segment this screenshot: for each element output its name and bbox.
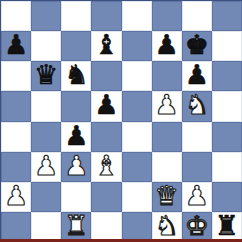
white-pawn-g2[interactable]: ♟: [185, 182, 209, 211]
square-b2[interactable]: [31, 182, 61, 212]
square-f7[interactable]: ♟: [152, 31, 182, 61]
white-knight-f1[interactable]: ♞: [155, 212, 179, 241]
square-e1[interactable]: [122, 212, 152, 242]
square-c4[interactable]: ♟: [61, 122, 91, 152]
black-knight-c6[interactable]: ♞: [64, 61, 88, 90]
black-pawn-d5[interactable]: ♟: [94, 91, 118, 120]
white-rook-c1[interactable]: ♜: [64, 212, 88, 241]
square-c3[interactable]: ♟: [61, 152, 91, 182]
square-a5[interactable]: [1, 91, 31, 121]
square-e7[interactable]: [122, 31, 152, 61]
square-b7[interactable]: [31, 31, 61, 61]
square-h4[interactable]: [212, 122, 242, 152]
white-pawn-f5[interactable]: ♟: [155, 91, 179, 120]
square-g4[interactable]: [182, 122, 212, 152]
white-bishop-d3[interactable]: ♝: [94, 152, 118, 181]
square-f1[interactable]: ♞: [152, 212, 182, 242]
square-b3[interactable]: ♟: [31, 152, 61, 182]
square-h5[interactable]: [212, 91, 242, 121]
black-pawn-a7[interactable]: ♟: [4, 31, 28, 60]
square-e5[interactable]: [122, 91, 152, 121]
square-e3[interactable]: [122, 152, 152, 182]
square-f5[interactable]: ♟: [152, 91, 182, 121]
square-a2[interactable]: ♟: [1, 182, 31, 212]
square-h7[interactable]: [212, 31, 242, 61]
square-g5[interactable]: ♞: [182, 91, 212, 121]
square-a7[interactable]: ♟: [1, 31, 31, 61]
square-b8[interactable]: [31, 1, 61, 31]
square-g6[interactable]: ♟: [182, 61, 212, 91]
square-g8[interactable]: [182, 1, 212, 31]
square-h3[interactable]: [212, 152, 242, 182]
square-d5[interactable]: ♟: [91, 91, 121, 121]
black-pawn-c4[interactable]: ♟: [64, 122, 88, 151]
square-c2[interactable]: [61, 182, 91, 212]
white-queen-f2[interactable]: ♛: [155, 182, 179, 211]
square-g3[interactable]: [182, 152, 212, 182]
square-h2[interactable]: [212, 182, 242, 212]
black-pawn-f7[interactable]: ♟: [155, 31, 179, 60]
square-e6[interactable]: [122, 61, 152, 91]
square-c7[interactable]: [61, 31, 91, 61]
square-e2[interactable]: [122, 182, 152, 212]
square-h6[interactable]: [212, 61, 242, 91]
square-f2[interactable]: ♛: [152, 182, 182, 212]
square-f8[interactable]: [152, 1, 182, 31]
square-d8[interactable]: [91, 1, 121, 31]
square-g7[interactable]: ♚: [182, 31, 212, 61]
square-d3[interactable]: ♝: [91, 152, 121, 182]
square-f4[interactable]: [152, 122, 182, 152]
white-pawn-c3[interactable]: ♟: [64, 152, 88, 181]
square-b1[interactable]: [31, 212, 61, 242]
square-a8[interactable]: [1, 1, 31, 31]
square-g1[interactable]: ♚: [182, 212, 212, 242]
chess-app-window: ♟♝♟♚♛♞♟♟♟♞♟♟♟♝♟♛♟♜♞♚♜: [0, 0, 242, 242]
square-b6[interactable]: ♛: [31, 61, 61, 91]
square-f3[interactable]: [152, 152, 182, 182]
square-g2[interactable]: ♟: [182, 182, 212, 212]
square-a4[interactable]: [1, 122, 31, 152]
white-knight-g5[interactable]: ♞: [185, 91, 209, 120]
square-c5[interactable]: [61, 91, 91, 121]
square-a3[interactable]: [1, 152, 31, 182]
square-d7[interactable]: ♝: [91, 31, 121, 61]
square-d6[interactable]: [91, 61, 121, 91]
square-d4[interactable]: [91, 122, 121, 152]
black-queen-b6[interactable]: ♛: [34, 61, 58, 90]
square-b4[interactable]: [31, 122, 61, 152]
square-c8[interactable]: [61, 1, 91, 31]
square-d2[interactable]: [91, 182, 121, 212]
black-rook-h1[interactable]: ♜: [215, 212, 239, 241]
square-b5[interactable]: [31, 91, 61, 121]
black-king-g7[interactable]: ♚: [185, 31, 209, 60]
white-king-g1[interactable]: ♚: [185, 212, 209, 241]
black-bishop-d7[interactable]: ♝: [94, 31, 118, 60]
square-h1[interactable]: ♜: [212, 212, 242, 242]
white-pawn-b3[interactable]: ♟: [34, 152, 58, 181]
square-c6[interactable]: ♞: [61, 61, 91, 91]
black-pawn-g6[interactable]: ♟: [185, 61, 209, 90]
square-a1[interactable]: [1, 212, 31, 242]
square-d1[interactable]: [91, 212, 121, 242]
square-e4[interactable]: [122, 122, 152, 152]
square-e8[interactable]: [122, 1, 152, 31]
square-h8[interactable]: [212, 1, 242, 31]
white-pawn-a2[interactable]: ♟: [4, 182, 28, 211]
square-a6[interactable]: [1, 61, 31, 91]
square-c1[interactable]: ♜: [61, 212, 91, 242]
square-f6[interactable]: [152, 61, 182, 91]
chess-board: ♟♝♟♚♛♞♟♟♟♞♟♟♟♝♟♛♟♜♞♚♜: [0, 0, 242, 242]
